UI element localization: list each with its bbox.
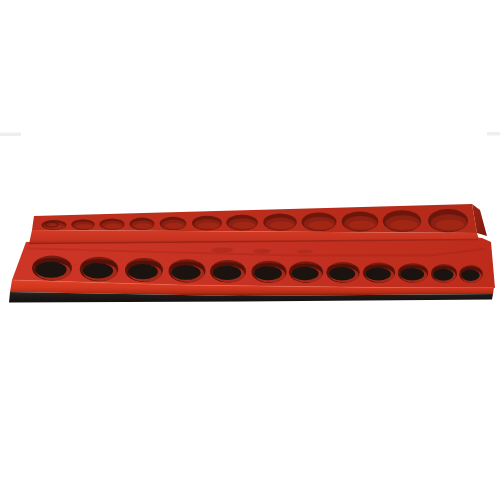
top-face-smudge bbox=[297, 250, 313, 254]
rear-socket-cavity-12 bbox=[428, 209, 468, 232]
rear-socket-cavity-8 bbox=[263, 214, 296, 231]
cavity-interior bbox=[433, 269, 453, 281]
rear-socket-rail bbox=[29, 204, 487, 244]
cavity-lit-bottom bbox=[390, 220, 418, 230]
rear-socket-cavity-6 bbox=[192, 216, 222, 231]
socket-organizer-photo bbox=[0, 0, 500, 500]
front-socket-cavity-2 bbox=[80, 257, 119, 281]
cavity-lit-bottom bbox=[270, 221, 294, 229]
front-socket-cavity-3 bbox=[125, 258, 163, 282]
top-face-smudge bbox=[211, 248, 233, 253]
cavity-interior bbox=[292, 267, 319, 281]
top-face-smudge bbox=[253, 249, 271, 253]
cavity-interior bbox=[400, 268, 424, 280]
front-socket-cavity-11 bbox=[431, 264, 457, 283]
rear-socket-cavity-7 bbox=[226, 215, 258, 231]
rear-socket-cavity-11 bbox=[383, 210, 421, 232]
cavity-lit-bottom bbox=[436, 219, 465, 230]
front-socket-cavity-8 bbox=[326, 262, 359, 283]
front-socket-cavity-6 bbox=[251, 261, 286, 283]
rear-socket-cavity-2 bbox=[71, 219, 94, 230]
background-edge-artifact-right bbox=[487, 132, 500, 136]
front-socket-cavity-4 bbox=[169, 259, 206, 282]
front-socket-tray bbox=[9, 237, 495, 303]
cavity-interior bbox=[35, 262, 66, 278]
cavity-interior bbox=[172, 265, 201, 280]
cavity-lit-bottom bbox=[308, 221, 333, 230]
background-artifacts bbox=[0, 132, 500, 136]
cavity-interior bbox=[254, 266, 281, 280]
cavity-interior bbox=[213, 266, 241, 280]
cavity-interior bbox=[83, 263, 113, 279]
cavity-lit-bottom bbox=[76, 224, 93, 229]
rear-socket-cavity-3 bbox=[100, 218, 125, 230]
cavity-lit-bottom bbox=[349, 220, 375, 229]
cavity-interior bbox=[461, 270, 479, 282]
cavity-interior bbox=[366, 268, 391, 281]
rear-socket-cavity-4 bbox=[130, 218, 155, 230]
front-socket-cavity-5 bbox=[210, 260, 246, 283]
cavity-lit-bottom bbox=[232, 222, 255, 229]
background-edge-artifact-left bbox=[0, 133, 21, 137]
cavity-lit-bottom bbox=[165, 223, 184, 229]
cavity-interior bbox=[128, 264, 158, 279]
cavity-lit-bottom bbox=[198, 222, 220, 229]
cavity-interior bbox=[329, 267, 355, 280]
rear-socket-cavity-5 bbox=[160, 217, 187, 230]
rear-socket-cavity-10 bbox=[342, 211, 379, 231]
rear-socket-cavity-1 bbox=[42, 220, 67, 230]
front-socket-cavity-10 bbox=[398, 263, 428, 282]
product-photo-canvas bbox=[0, 0, 500, 500]
cavity-lit-bottom bbox=[104, 224, 122, 229]
front-socket-cavity-7 bbox=[289, 261, 323, 282]
front-socket-cavity-12 bbox=[459, 265, 483, 283]
cavity-lit-bottom bbox=[134, 223, 152, 229]
rear-socket-cavity-9 bbox=[302, 213, 337, 232]
front-socket-cavity-1 bbox=[32, 256, 72, 281]
front-socket-cavity-9 bbox=[363, 263, 395, 283]
